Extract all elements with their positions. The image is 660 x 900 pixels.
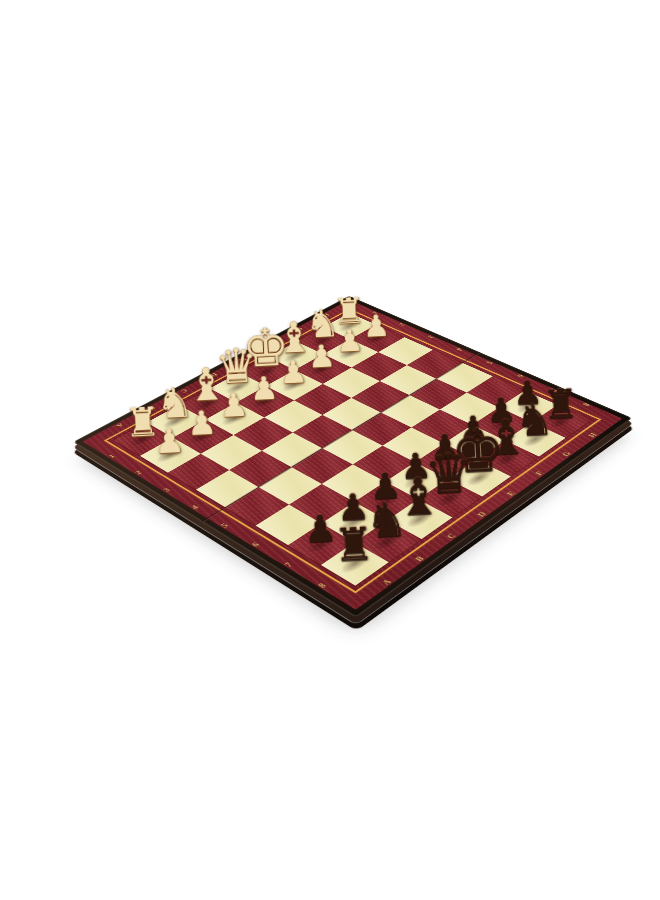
rook-glyph: ♜ — [318, 520, 389, 569]
chess-board: AABBCCDDEEFFGGHH1122334455667788 ♜♞♝♛♚♝♞… — [73, 296, 632, 618]
pieces-layer: ♜♞♝♛♚♝♞♜♟♟♟♟♟♟♟♟♟♟♟♟♟♟♟♟♜♞♝♛♚♝♞♜ — [114, 313, 592, 586]
